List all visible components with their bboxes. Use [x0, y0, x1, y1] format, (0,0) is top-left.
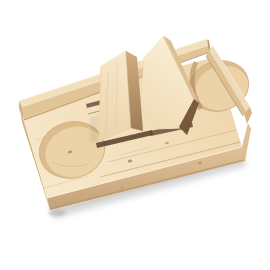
- treat-puzzle-render: [0, 0, 270, 270]
- ground-shadow-left: [48, 210, 66, 217]
- product-photo-stage: [0, 0, 270, 270]
- left-lid-shadow: [90, 115, 99, 142]
